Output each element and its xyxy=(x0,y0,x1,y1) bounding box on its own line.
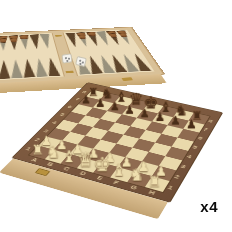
backgammon-right-half xyxy=(63,30,154,76)
piece-black-pawn: ♟ xyxy=(137,108,153,120)
rank-label: 5 xyxy=(59,112,65,116)
die xyxy=(61,53,72,63)
file-label: B xyxy=(46,161,54,166)
backgammon-point xyxy=(10,59,23,78)
pack-quantity-label: x4 xyxy=(200,198,218,215)
chess-set: ♜♞♝♛♚♝♞♜♟♟♟♟♟♟♟♟♟♟♟♟♟♟♟♟♜♞♝♛♚♝♞♜ ABCDEFG… xyxy=(0,82,223,224)
file-label: C xyxy=(63,166,71,172)
rank-label: 8 xyxy=(208,119,214,123)
rank-label: 5 xyxy=(192,145,198,150)
backgammon-checker xyxy=(117,33,132,38)
piece-black-pawn: ♟ xyxy=(183,119,200,131)
rank-label: 3 xyxy=(43,129,50,133)
backgammon-checker xyxy=(8,38,22,43)
file-label: A xyxy=(31,157,39,162)
rank-label: 4 xyxy=(186,154,192,159)
piece-black-pawn: ♟ xyxy=(152,111,169,123)
backgammon-point xyxy=(0,60,10,79)
rank-label: 1 xyxy=(167,185,174,191)
backgammon-point xyxy=(22,59,36,78)
brass-hinge-icon xyxy=(55,35,62,37)
backgammon-board xyxy=(0,27,163,85)
rank-label: 6 xyxy=(197,136,203,141)
piece-black-pawn: ♟ xyxy=(122,104,138,115)
backgammon-point xyxy=(33,58,47,77)
chess-board-frame: ♜♞♝♛♚♝♞♜♟♟♟♟♟♟♟♟♟♟♟♟♟♟♟♟♜♞♝♛♚♝♞♜ ABCDEFG… xyxy=(11,82,223,203)
backgammon-point xyxy=(9,35,20,50)
piece-white-rook: ♜ xyxy=(145,174,164,189)
backgammon-point xyxy=(40,34,53,49)
backgammon-brass-latch xyxy=(122,77,133,81)
backgammon-point xyxy=(19,35,31,50)
file-label: H xyxy=(148,189,156,195)
product-image: ♜♞♝♛♚♝♞♜♟♟♟♟♟♟♟♟♟♟♟♟♟♟♟♟♜♞♝♛♚♝♞♜ ABCDEFG… xyxy=(0,0,232,232)
piece-white-king: ♚ xyxy=(93,155,112,175)
file-label: E xyxy=(96,175,104,181)
piece-black-pawn: ♟ xyxy=(167,115,184,127)
rank-label: 7 xyxy=(203,127,209,131)
backgammon-point xyxy=(116,30,134,45)
backgammon-checker xyxy=(0,38,11,43)
chess-brass-latch xyxy=(35,168,51,176)
piece-black-pawn: ♟ xyxy=(107,101,123,112)
file-label: D xyxy=(79,170,87,176)
piece-white-bishop: ♝ xyxy=(110,163,129,180)
brass-hinge-icon xyxy=(65,71,73,74)
backgammon-point xyxy=(0,36,9,51)
rank-label: 3 xyxy=(180,164,186,169)
rank-label: 4 xyxy=(51,120,58,124)
rank-label: 6 xyxy=(67,105,73,109)
backgammon-point xyxy=(29,34,42,49)
piece-white-knight: ♞ xyxy=(127,167,146,184)
file-label: F xyxy=(113,179,121,185)
rank-label: 2 xyxy=(174,174,181,179)
